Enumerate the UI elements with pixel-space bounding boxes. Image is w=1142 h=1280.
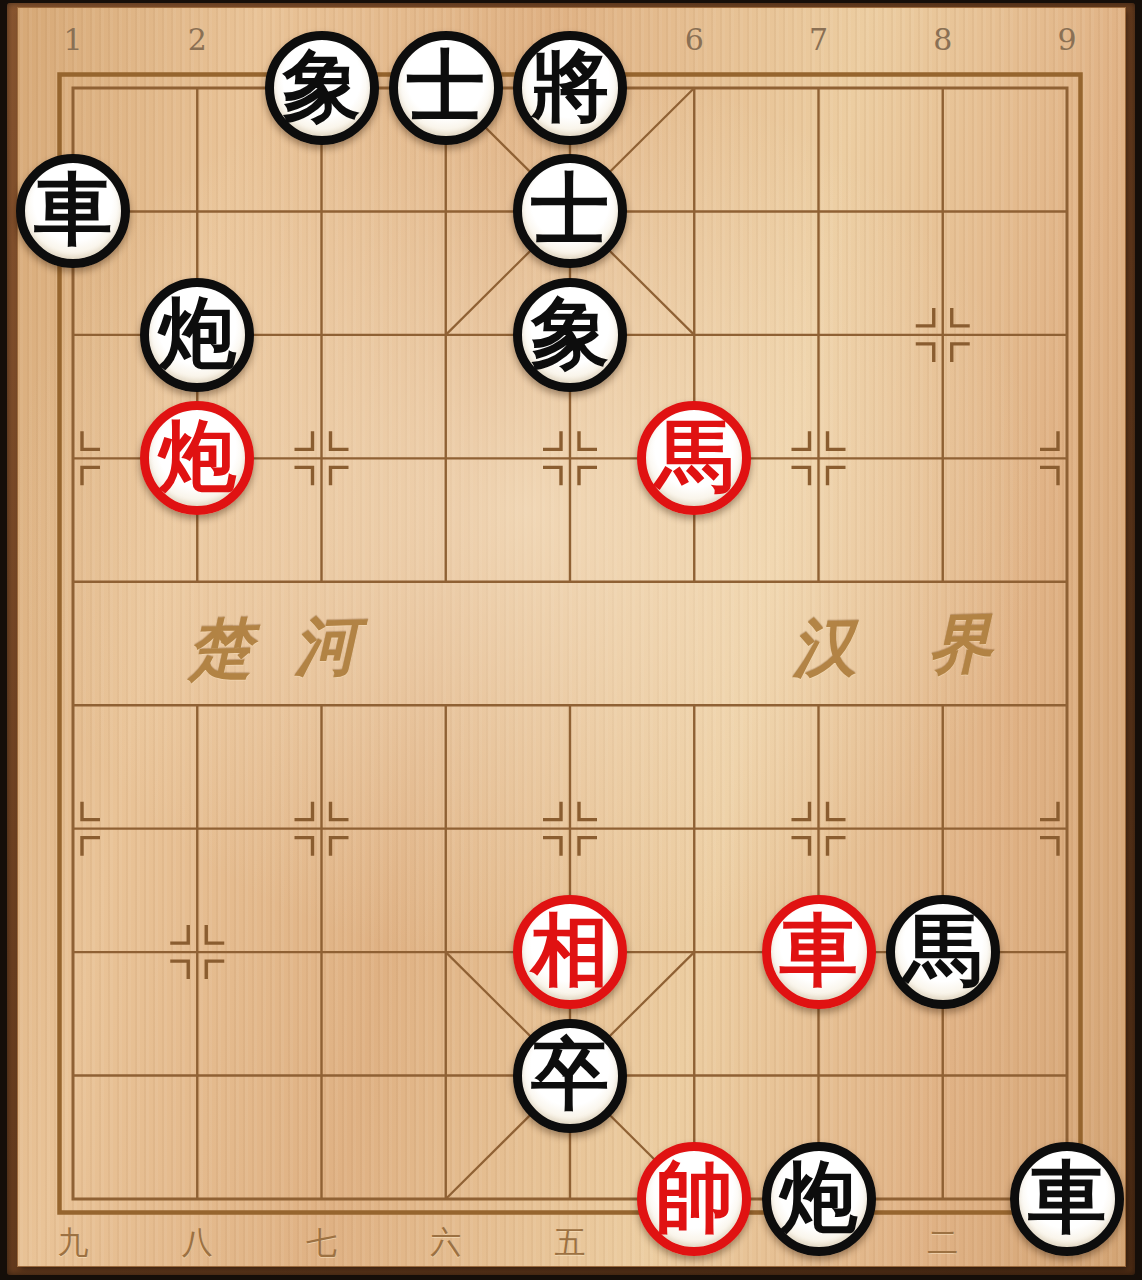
piece-red-general[interactable]: 帥 <box>637 1142 751 1256</box>
piece-black-elephant[interactable]: 象 <box>513 278 627 392</box>
file-label-bottom-5: 五 <box>540 1222 600 1264</box>
black-cannon-glyph: 炮 <box>780 1149 858 1245</box>
piece-black-chariot[interactable]: 車 <box>16 154 130 268</box>
black-chariot-glyph: 車 <box>1028 1149 1106 1245</box>
black-advisor-glyph: 士 <box>407 38 485 134</box>
file-label-bottom-3: 七 <box>292 1222 352 1264</box>
black-cannon-glyph: 炮 <box>158 285 236 381</box>
piece-red-horse[interactable]: 馬 <box>637 401 751 515</box>
black-soldier-glyph: 卒 <box>531 1026 609 1122</box>
red-general-glyph: 帥 <box>655 1149 733 1245</box>
piece-black-advisor[interactable]: 士 <box>513 154 627 268</box>
black-elephant-glyph: 象 <box>283 38 361 134</box>
red-horse-glyph: 馬 <box>655 408 733 504</box>
file-label-top-8: 8 <box>913 22 973 57</box>
file-label-top-2: 2 <box>167 22 227 57</box>
river-label-chu: 楚河 <box>187 601 401 694</box>
black-chariot-glyph: 車 <box>34 161 112 257</box>
file-label-top-7: 7 <box>789 22 849 57</box>
piece-black-chariot[interactable]: 車 <box>1010 1142 1124 1256</box>
black-horse-glyph: 馬 <box>904 902 982 998</box>
piece-black-cannon[interactable]: 炮 <box>762 1142 876 1256</box>
file-label-bottom-2: 八 <box>167 1222 227 1264</box>
black-general-glyph: 將 <box>531 38 609 134</box>
xiangqi-board-view: 楚河 汉界 126789 九八七六五二 象士將車士炮象炮馬相車馬卒帥炮車 <box>0 0 1142 1280</box>
piece-black-cannon[interactable]: 炮 <box>140 278 254 392</box>
piece-red-elephant[interactable]: 相 <box>513 895 627 1009</box>
file-label-top-6: 6 <box>664 22 724 57</box>
file-label-top-1: 1 <box>43 22 103 57</box>
piece-red-cannon[interactable]: 炮 <box>140 401 254 515</box>
piece-black-advisor[interactable]: 士 <box>389 31 503 145</box>
black-advisor-glyph: 士 <box>531 161 609 257</box>
red-elephant-glyph: 相 <box>531 902 609 998</box>
piece-black-general[interactable]: 將 <box>513 31 627 145</box>
file-label-top-9: 9 <box>1037 22 1097 57</box>
file-label-bottom-4: 六 <box>416 1222 476 1264</box>
file-label-bottom-8: 二 <box>913 1222 973 1264</box>
piece-red-chariot[interactable]: 車 <box>762 895 876 1009</box>
red-chariot-glyph: 車 <box>780 902 858 998</box>
red-cannon-glyph: 炮 <box>158 408 236 504</box>
piece-black-soldier[interactable]: 卒 <box>513 1019 627 1133</box>
file-label-bottom-1: 九 <box>43 1222 103 1264</box>
black-elephant-glyph: 象 <box>531 285 609 381</box>
river-label-han: 汉界 <box>791 598 1065 692</box>
piece-black-elephant[interactable]: 象 <box>265 31 379 145</box>
piece-black-horse[interactable]: 馬 <box>886 895 1000 1009</box>
